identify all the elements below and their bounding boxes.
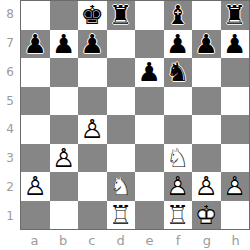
square-f1[interactable]: ♜♖ <box>164 201 193 230</box>
square-d2[interactable]: ♞♘ <box>107 172 136 201</box>
square-h6[interactable] <box>221 58 250 87</box>
chess-board: ♚♜♝♜♟♟♟♟♟♟♟♞♟♙♟♙♞♘♟♙♞♘♟♙♟♙♟♙♜♖♜♖♚♔ <box>20 0 250 230</box>
square-b7[interactable]: ♟ <box>50 30 79 59</box>
piece-white-rook: ♜♖ <box>107 201 136 230</box>
square-a1[interactable] <box>21 201 50 230</box>
file-label-g: g <box>193 230 222 250</box>
piece-black-rook: ♜ <box>107 1 136 30</box>
piece-white-rook: ♜♖ <box>164 201 193 230</box>
square-c5[interactable] <box>78 87 107 116</box>
square-e5[interactable] <box>135 87 164 116</box>
square-a7[interactable]: ♟ <box>21 30 50 59</box>
square-f6[interactable]: ♞ <box>164 58 193 87</box>
piece-black-pawn: ♟ <box>221 30 250 59</box>
piece-white-king: ♚♔ <box>192 201 221 230</box>
file-label-f: f <box>164 230 193 250</box>
piece-white-knight: ♞♘ <box>164 144 193 173</box>
file-labels: abcdefgh <box>20 230 250 250</box>
file-label-c: c <box>78 230 107 250</box>
square-h2[interactable]: ♟♙ <box>221 172 250 201</box>
square-d6[interactable] <box>107 58 136 87</box>
square-e7[interactable] <box>135 30 164 59</box>
rank-label-2: 2 <box>0 173 20 202</box>
square-f7[interactable]: ♟ <box>164 30 193 59</box>
piece-black-rook: ♜ <box>221 1 250 30</box>
square-g1[interactable]: ♚♔ <box>192 201 221 230</box>
square-f3[interactable]: ♞♘ <box>164 144 193 173</box>
square-g7[interactable]: ♟ <box>192 30 221 59</box>
square-c7[interactable]: ♟ <box>78 30 107 59</box>
rank-label-7: 7 <box>0 29 20 58</box>
square-g2[interactable]: ♟♙ <box>192 172 221 201</box>
square-b2[interactable] <box>50 172 79 201</box>
chess-diagram: 87654321 ♚♜♝♜♟♟♟♟♟♟♟♞♟♙♟♙♞♘♟♙♞♘♟♙♟♙♟♙♜♖♜… <box>0 0 250 250</box>
rank-label-6: 6 <box>0 58 20 87</box>
square-g8[interactable] <box>192 1 221 30</box>
square-h5[interactable] <box>221 87 250 116</box>
piece-black-pawn: ♟ <box>50 30 79 59</box>
rank-label-4: 4 <box>0 115 20 144</box>
square-h1[interactable] <box>221 201 250 230</box>
piece-white-pawn: ♟♙ <box>164 172 193 201</box>
rank-label-8: 8 <box>0 0 20 29</box>
rank-label-1: 1 <box>0 201 20 230</box>
square-a3[interactable] <box>21 144 50 173</box>
piece-black-bishop: ♝ <box>164 1 193 30</box>
square-d8[interactable]: ♜ <box>107 1 136 30</box>
file-label-d: d <box>106 230 135 250</box>
square-e4[interactable] <box>135 115 164 144</box>
piece-white-pawn: ♟♙ <box>21 172 50 201</box>
square-c1[interactable] <box>78 201 107 230</box>
piece-white-pawn: ♟♙ <box>192 172 221 201</box>
square-f4[interactable] <box>164 115 193 144</box>
square-g3[interactable] <box>192 144 221 173</box>
square-g5[interactable] <box>192 87 221 116</box>
piece-white-pawn: ♟♙ <box>78 115 107 144</box>
square-g6[interactable] <box>192 58 221 87</box>
rank-labels: 87654321 <box>0 0 20 230</box>
square-d7[interactable] <box>107 30 136 59</box>
piece-black-king: ♚ <box>78 1 107 30</box>
square-h4[interactable] <box>221 115 250 144</box>
square-d4[interactable] <box>107 115 136 144</box>
square-a4[interactable] <box>21 115 50 144</box>
square-b5[interactable] <box>50 87 79 116</box>
piece-black-pawn: ♟ <box>135 58 164 87</box>
square-h8[interactable]: ♜ <box>221 1 250 30</box>
piece-black-knight: ♞ <box>164 58 193 87</box>
square-d5[interactable] <box>107 87 136 116</box>
piece-white-knight: ♞♘ <box>107 172 136 201</box>
square-c8[interactable]: ♚ <box>78 1 107 30</box>
square-e3[interactable] <box>135 144 164 173</box>
file-label-a: a <box>20 230 49 250</box>
square-d3[interactable] <box>107 144 136 173</box>
file-label-b: b <box>49 230 78 250</box>
rank-label-3: 3 <box>0 144 20 173</box>
square-b3[interactable]: ♟♙ <box>50 144 79 173</box>
square-f8[interactable]: ♝ <box>164 1 193 30</box>
piece-black-pawn: ♟ <box>78 30 107 59</box>
square-d1[interactable]: ♜♖ <box>107 201 136 230</box>
piece-white-pawn: ♟♙ <box>221 172 250 201</box>
piece-black-pawn: ♟ <box>192 30 221 59</box>
piece-black-pawn: ♟ <box>21 30 50 59</box>
rank-label-5: 5 <box>0 86 20 115</box>
piece-black-pawn: ♟ <box>164 30 193 59</box>
square-g4[interactable] <box>192 115 221 144</box>
piece-white-pawn: ♟♙ <box>50 144 79 173</box>
square-c3[interactable] <box>78 144 107 173</box>
square-e1[interactable] <box>135 201 164 230</box>
square-a6[interactable] <box>21 58 50 87</box>
square-c2[interactable] <box>78 172 107 201</box>
file-label-h: h <box>221 230 250 250</box>
square-e6[interactable]: ♟ <box>135 58 164 87</box>
square-b4[interactable] <box>50 115 79 144</box>
square-b6[interactable] <box>50 58 79 87</box>
square-a5[interactable] <box>21 87 50 116</box>
square-e8[interactable] <box>135 1 164 30</box>
square-e2[interactable] <box>135 172 164 201</box>
square-a2[interactable]: ♟♙ <box>21 172 50 201</box>
square-a8[interactable] <box>21 1 50 30</box>
square-h3[interactable] <box>221 144 250 173</box>
square-f2[interactable]: ♟♙ <box>164 172 193 201</box>
square-b8[interactable] <box>50 1 79 30</box>
square-c4[interactable]: ♟♙ <box>78 115 107 144</box>
square-c6[interactable] <box>78 58 107 87</box>
square-b1[interactable] <box>50 201 79 230</box>
file-label-e: e <box>135 230 164 250</box>
square-f5[interactable] <box>164 87 193 116</box>
square-h7[interactable]: ♟ <box>221 30 250 59</box>
